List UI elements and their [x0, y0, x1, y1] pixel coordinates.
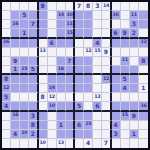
cell-r14c12[interactable]: 3 — [112, 130, 121, 139]
cell-r15c14[interactable] — [130, 139, 139, 148]
cell-r15c13[interactable] — [121, 139, 130, 148]
cell-r4c1[interactable] — [11, 39, 20, 48]
cell-r2c8[interactable] — [75, 20, 84, 29]
cell-r15c8[interactable] — [75, 139, 84, 148]
cell-r10c1[interactable] — [11, 93, 20, 102]
cell-r4c15[interactable]: 12 — [139, 39, 148, 48]
cell-r0c11[interactable]: 14 — [102, 2, 111, 11]
cell-r14c2[interactable]: 10 — [20, 130, 29, 139]
cell-r1c15[interactable] — [139, 11, 148, 20]
cell-r1c4[interactable] — [39, 11, 48, 20]
cell-r2c0[interactable] — [2, 20, 11, 29]
cell-r3c15[interactable] — [139, 29, 148, 38]
cell-r10c3[interactable] — [29, 93, 38, 102]
cell-r9c7[interactable] — [66, 84, 75, 93]
cell-r7c11[interactable] — [102, 66, 111, 75]
cell-r11c5[interactable]: 10 — [48, 102, 57, 111]
cell-r5c1[interactable] — [11, 48, 20, 57]
cell-r5c12[interactable] — [112, 48, 121, 57]
cell-r14c6[interactable] — [57, 130, 66, 139]
cell-r14c7[interactable] — [66, 130, 75, 139]
cell-r4c4[interactable] — [39, 39, 48, 48]
cell-r11c0[interactable]: 4 — [2, 102, 11, 111]
cell-r1c9[interactable] — [84, 11, 93, 20]
cell-r5c0[interactable] — [2, 48, 11, 57]
cell-r13c7[interactable] — [66, 121, 75, 130]
cell-r14c15[interactable] — [139, 130, 148, 139]
cell-r4c5[interactable]: 6 — [48, 39, 57, 48]
cell-r7c7[interactable] — [66, 66, 75, 75]
cell-r2c10[interactable] — [93, 20, 102, 29]
cell-r12c2[interactable] — [20, 112, 29, 121]
cell-r1c0[interactable] — [2, 11, 11, 20]
cell-r14c14[interactable]: 1 — [130, 130, 139, 139]
cell-r0c9[interactable]: 8 — [84, 2, 93, 11]
cell-r14c5[interactable] — [48, 130, 57, 139]
cell-r4c9[interactable] — [84, 39, 93, 48]
cell-r1c6[interactable]: 14 — [57, 11, 66, 20]
cell-r11c12[interactable] — [112, 102, 121, 111]
cell-r1c7[interactable]: 10 — [66, 11, 75, 20]
cell-r13c11[interactable] — [102, 121, 111, 130]
cell-r15c2[interactable] — [20, 139, 29, 148]
cell-r9c1[interactable] — [11, 84, 20, 93]
cell-r1c10[interactable] — [93, 11, 102, 20]
cell-r3c9[interactable] — [84, 29, 93, 38]
cell-r9c14[interactable] — [130, 84, 139, 93]
cell-r6c13[interactable]: 11 — [121, 57, 130, 66]
cell-r3c11[interactable] — [102, 29, 111, 38]
cell-r13c5[interactable] — [48, 121, 57, 130]
cell-r9c11[interactable] — [102, 84, 111, 93]
cell-r8c1[interactable] — [11, 75, 20, 84]
cell-r10c7[interactable] — [66, 93, 75, 102]
cell-r3c8[interactable] — [75, 29, 84, 38]
cell-r14c10[interactable] — [93, 130, 102, 139]
cell-r3c12[interactable]: 6 — [112, 29, 121, 38]
cell-r6c10[interactable] — [93, 57, 102, 66]
cell-r0c7[interactable] — [66, 2, 75, 11]
cell-r3c6[interactable] — [57, 29, 66, 38]
cell-r11c13[interactable] — [121, 102, 130, 111]
cell-r5c7[interactable] — [66, 48, 75, 57]
cell-r7c10[interactable] — [93, 66, 102, 75]
cell-r12c1[interactable]: 16 — [11, 112, 20, 121]
cell-r10c4[interactable]: 8 — [39, 93, 48, 102]
cell-r8c9[interactable] — [84, 75, 93, 84]
cell-r10c6[interactable] — [57, 93, 66, 102]
cell-r10c14[interactable] — [130, 93, 139, 102]
cell-r4c12[interactable] — [112, 39, 121, 48]
cell-r6c15[interactable]: 8 — [139, 57, 148, 66]
cell-r3c13[interactable]: 9 — [121, 29, 130, 38]
cell-r4c10[interactable]: 4 — [93, 39, 102, 48]
cell-r7c2[interactable]: 15 — [20, 66, 29, 75]
cell-r7c4[interactable] — [39, 66, 48, 75]
cell-r2c9[interactable] — [84, 20, 93, 29]
cell-r0c4[interactable]: 9 — [39, 2, 48, 11]
cell-r8c15[interactable] — [139, 75, 148, 84]
cell-r4c8[interactable] — [75, 39, 84, 48]
cell-r1c14[interactable]: 11 — [130, 11, 139, 20]
cell-r2c15[interactable] — [139, 20, 148, 29]
cell-r13c6[interactable]: 1 — [57, 121, 66, 130]
cell-r10c5[interactable]: 12 — [48, 93, 57, 102]
cell-r11c8[interactable]: 5 — [75, 102, 84, 111]
cell-r5c14[interactable] — [130, 48, 139, 57]
cell-r5c4[interactable]: 13 — [39, 48, 48, 57]
cell-r11c10[interactable]: 6 — [93, 102, 102, 111]
cell-r5c8[interactable] — [75, 48, 84, 57]
cell-r7c1[interactable]: 1 — [11, 66, 20, 75]
cell-r11c14[interactable] — [130, 102, 139, 111]
cell-r11c15[interactable]: 16 — [139, 102, 148, 111]
cell-r5c15[interactable] — [139, 48, 148, 57]
cell-r12c9[interactable] — [84, 112, 93, 121]
cell-r6c2[interactable] — [20, 57, 29, 66]
cell-r13c3[interactable]: 8 — [29, 121, 38, 130]
cell-r7c0[interactable] — [2, 66, 11, 75]
cell-r5c6[interactable] — [57, 48, 66, 57]
cell-r15c6[interactable]: 13 — [57, 139, 66, 148]
cell-r7c6[interactable]: 16 — [57, 66, 66, 75]
cell-r12c12[interactable] — [112, 112, 121, 121]
cell-r9c2[interactable] — [20, 84, 29, 93]
cell-r1c3[interactable] — [29, 11, 38, 20]
cell-r6c8[interactable] — [75, 57, 84, 66]
cell-r8c3[interactable] — [29, 75, 38, 84]
cell-r3c4[interactable] — [39, 29, 48, 38]
cell-r14c9[interactable] — [84, 130, 93, 139]
cell-r7c9[interactable] — [84, 66, 93, 75]
cell-r6c14[interactable] — [130, 57, 139, 66]
cell-r15c10[interactable] — [93, 139, 102, 148]
cell-r5c5[interactable] — [48, 48, 57, 57]
cell-r9c13[interactable]: 4 — [121, 84, 130, 93]
cell-r2c2[interactable] — [20, 20, 29, 29]
cell-r10c8[interactable] — [75, 93, 84, 102]
cell-r6c1[interactable]: 9 — [11, 57, 20, 66]
cell-r13c1[interactable] — [11, 121, 20, 130]
cell-r14c13[interactable] — [121, 130, 130, 139]
cell-r14c1[interactable]: 4 — [11, 130, 20, 139]
cell-r12c0[interactable] — [2, 112, 11, 121]
cell-r13c0[interactable] — [2, 121, 11, 130]
cell-r5c2[interactable] — [20, 48, 29, 57]
cell-r2c3[interactable]: 7 — [29, 20, 38, 29]
cell-r10c0[interactable]: 5 — [2, 93, 11, 102]
cell-r2c1[interactable]: 16 — [11, 20, 20, 29]
cell-r4c6[interactable] — [57, 39, 66, 48]
cell-r4c7[interactable] — [66, 39, 75, 48]
cell-r1c1[interactable] — [11, 11, 20, 20]
cell-r0c10[interactable]: 3 — [93, 2, 102, 11]
cell-r3c10[interactable] — [93, 29, 102, 38]
cell-r1c12[interactable]: 16 — [112, 11, 121, 20]
cell-r4c14[interactable] — [130, 39, 139, 48]
cell-r3c3[interactable] — [29, 29, 38, 38]
cell-r6c6[interactable] — [57, 57, 66, 66]
cell-r10c2[interactable] — [20, 93, 29, 102]
cell-r15c4[interactable]: 10 — [39, 139, 48, 148]
cell-r0c1[interactable] — [11, 2, 20, 11]
cell-r2c12[interactable] — [112, 20, 121, 29]
cell-r7c12[interactable] — [112, 66, 121, 75]
cell-r14c3[interactable]: 2 — [29, 130, 38, 139]
cell-r12c13[interactable]: 15 — [121, 112, 130, 121]
cell-r3c2[interactable]: 1 — [20, 29, 29, 38]
cell-r15c11[interactable]: 7 — [102, 139, 111, 148]
cell-r15c7[interactable] — [66, 139, 75, 148]
cell-r0c13[interactable] — [121, 2, 130, 11]
cell-r1c2[interactable]: 5 — [20, 11, 29, 20]
cell-r15c15[interactable] — [139, 139, 148, 148]
cell-r5c10[interactable]: 15 — [93, 48, 102, 57]
cell-r8c7[interactable] — [66, 75, 75, 84]
cell-r13c9[interactable]: 15 — [84, 121, 93, 130]
cell-r2c5[interactable] — [48, 20, 57, 29]
cell-r1c8[interactable] — [75, 11, 84, 20]
cell-r9c12[interactable] — [112, 84, 121, 93]
cell-r7c3[interactable]: 5 — [29, 66, 38, 75]
cell-r5c9[interactable]: 12 — [84, 48, 93, 57]
cell-r12c7[interactable] — [66, 112, 75, 121]
cell-r12c8[interactable] — [75, 112, 84, 121]
cell-r2c14[interactable]: 3 — [130, 20, 139, 29]
cell-r8c11[interactable]: 12 — [102, 75, 111, 84]
cell-r8c0[interactable]: 8 — [2, 75, 11, 84]
cell-r14c11[interactable] — [102, 130, 111, 139]
cell-r9c3[interactable] — [29, 84, 38, 93]
cell-r3c5[interactable] — [48, 29, 57, 38]
cell-r11c11[interactable] — [102, 102, 111, 111]
cell-r8c10[interactable] — [93, 75, 102, 84]
cell-r0c3[interactable] — [29, 2, 38, 11]
cell-r8c6[interactable] — [57, 75, 66, 84]
cell-r13c15[interactable] — [139, 121, 148, 130]
cell-r1c5[interactable] — [48, 11, 57, 20]
cell-r6c9[interactable] — [84, 57, 93, 66]
cell-r15c3[interactable] — [29, 139, 38, 148]
cell-r0c5[interactable] — [48, 2, 57, 11]
cell-r11c1[interactable] — [11, 102, 20, 111]
cell-r10c13[interactable] — [121, 93, 130, 102]
cell-r9c0[interactable]: 12 — [2, 84, 11, 93]
cell-r3c7[interactable]: 15 — [66, 29, 75, 38]
cell-r8c2[interactable] — [20, 75, 29, 84]
cell-r8c5[interactable] — [48, 75, 57, 84]
cell-r6c4[interactable] — [39, 57, 48, 66]
cell-r7c13[interactable] — [121, 66, 130, 75]
cell-r11c6[interactable] — [57, 102, 66, 111]
cell-r11c4[interactable] — [39, 102, 48, 111]
cell-r5c11[interactable]: 9 — [102, 48, 111, 57]
cell-r7c14[interactable] — [130, 66, 139, 75]
cell-r12c6[interactable] — [57, 112, 66, 121]
cell-r0c2[interactable] — [20, 2, 29, 11]
cell-r3c0[interactable] — [2, 29, 11, 38]
cell-r14c0[interactable] — [2, 130, 11, 139]
cell-r9c9[interactable] — [84, 84, 93, 93]
cell-r8c8[interactable] — [75, 75, 84, 84]
cell-r0c8[interactable]: 7 — [75, 2, 84, 11]
cell-r8c4[interactable] — [39, 75, 48, 84]
cell-r13c10[interactable] — [93, 121, 102, 130]
cell-r2c4[interactable] — [39, 20, 48, 29]
cell-r10c11[interactable] — [102, 93, 111, 102]
cell-r0c15[interactable] — [139, 2, 148, 11]
cell-r12c5[interactable] — [48, 112, 57, 121]
cell-r5c3[interactable] — [29, 48, 38, 57]
cell-r10c15[interactable] — [139, 93, 148, 102]
cell-r4c2[interactable] — [20, 39, 29, 48]
cell-r12c14[interactable]: 9 — [130, 112, 139, 121]
cell-r8c14[interactable] — [130, 75, 139, 84]
cell-r6c0[interactable] — [2, 57, 11, 66]
cell-r8c12[interactable] — [112, 75, 121, 84]
cell-r2c13[interactable] — [121, 20, 130, 29]
cell-r7c8[interactable] — [75, 66, 84, 75]
cell-r13c2[interactable] — [20, 121, 29, 130]
cell-r1c11[interactable] — [102, 11, 111, 20]
cell-r13c13[interactable] — [121, 121, 130, 130]
cell-r3c14[interactable]: 2 — [130, 29, 139, 38]
cell-r7c15[interactable] — [139, 66, 148, 75]
cell-r10c12[interactable] — [112, 93, 121, 102]
cell-r0c12[interactable] — [112, 2, 121, 11]
cell-r9c15[interactable]: 1 — [139, 84, 148, 93]
cell-r2c6[interactable] — [57, 20, 66, 29]
cell-r12c11[interactable] — [102, 112, 111, 121]
cell-r7c5[interactable] — [48, 66, 57, 75]
cell-r11c9[interactable] — [84, 102, 93, 111]
cell-r11c2[interactable] — [20, 102, 29, 111]
cell-r12c15[interactable] — [139, 112, 148, 121]
cell-r9c4[interactable] — [39, 84, 48, 93]
cell-r15c0[interactable] — [2, 139, 11, 148]
cell-r15c12[interactable] — [112, 139, 121, 148]
cell-r15c9[interactable]: 4 — [84, 139, 93, 148]
cell-r4c3[interactable] — [29, 39, 38, 48]
cell-r10c10[interactable]: 13 — [93, 93, 102, 102]
cell-r8c13[interactable]: 5 — [121, 75, 130, 84]
cell-r9c5[interactable]: 14 — [48, 84, 57, 93]
cell-r1c13[interactable] — [121, 11, 130, 20]
cell-r6c3[interactable] — [29, 57, 38, 66]
cell-r10c9[interactable] — [84, 93, 93, 102]
cell-r3c1[interactable] — [11, 29, 20, 38]
cell-r15c1[interactable] — [11, 139, 20, 148]
cell-r6c12[interactable] — [112, 57, 121, 66]
sudoku-board: 9783145141016111671131156921664121312159… — [0, 0, 150, 150]
cell-r13c4[interactable] — [39, 121, 48, 130]
cell-r12c3[interactable]: 3 — [29, 112, 38, 121]
cell-r6c11[interactable] — [102, 57, 111, 66]
cell-r2c11[interactable] — [102, 20, 111, 29]
cell-r11c7[interactable] — [66, 102, 75, 111]
cell-r13c14[interactable] — [130, 121, 139, 130]
cell-r0c6[interactable] — [57, 2, 66, 11]
cell-r12c4[interactable] — [39, 112, 48, 121]
cell-r13c8[interactable]: 6 — [75, 121, 84, 130]
cell-r4c13[interactable] — [121, 39, 130, 48]
cell-r2c7[interactable]: 11 — [66, 20, 75, 29]
cell-r12c10[interactable] — [93, 112, 102, 121]
cell-r13c12[interactable]: 4 — [112, 121, 121, 130]
cell-r0c0[interactable] — [2, 2, 11, 11]
cell-r11c3[interactable] — [29, 102, 38, 111]
cell-r15c5[interactable] — [48, 139, 57, 148]
cell-r9c6[interactable] — [57, 84, 66, 93]
cell-r4c0[interactable]: 16 — [2, 39, 11, 48]
cell-r14c4[interactable] — [39, 130, 48, 139]
cell-r6c7[interactable]: 7 — [66, 57, 75, 66]
cell-r9c8[interactable] — [75, 84, 84, 93]
cell-r0c14[interactable] — [130, 2, 139, 11]
cell-r9c10[interactable] — [93, 84, 102, 93]
cell-r14c8[interactable] — [75, 130, 84, 139]
cell-r6c5[interactable] — [48, 57, 57, 66]
cell-r5c13[interactable] — [121, 48, 130, 57]
cell-r4c11[interactable] — [102, 39, 111, 48]
